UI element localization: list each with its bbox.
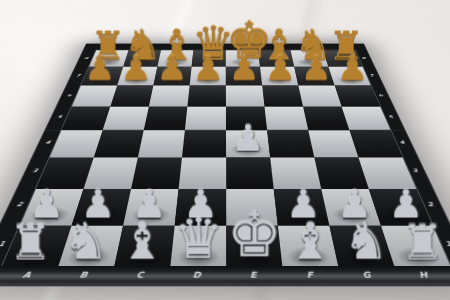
white-knight-g1: ♞ [338, 218, 394, 266]
black-pawn-a7: ♟ [82, 51, 118, 84]
square-f7: ♟ [260, 67, 298, 86]
square-b4 [94, 130, 144, 157]
square-c5 [144, 106, 188, 130]
square-f6 [262, 85, 303, 106]
file-label-c: C [111, 271, 169, 281]
file-label-d: D [168, 271, 225, 281]
square-c4 [138, 130, 185, 157]
square-d1: ♛ [170, 226, 226, 270]
square-e3 [226, 157, 274, 189]
chess-board-3d: ♜♞♝♛♚♝♞♜♟♟♟♟♟♟♟♟♟♟♟♟♟♟♟♟♜♞♝♛♚♝♞♜ ABCDEFG… [0, 43, 450, 286]
square-c1: ♝ [114, 226, 175, 270]
square-d7: ♟ [190, 67, 226, 86]
square-b6 [110, 85, 153, 106]
square-b1: ♞ [57, 226, 123, 270]
square-g7: ♟ [294, 67, 334, 86]
photo-scene: ♜♞♝♛♚♝♞♜♟♟♟♟♟♟♟♟♟♟♟♟♟♟♟♟♜♞♝♛♚♝♞♜ ABCDEFG… [0, 0, 450, 300]
square-c7: ♟ [153, 67, 191, 86]
white-bishop-f1: ♝ [282, 218, 338, 266]
square-c6 [149, 85, 190, 106]
white-queen-d1: ♛ [170, 213, 226, 266]
white-king-e1: ♚ [226, 208, 282, 266]
white-knight-b1: ♞ [58, 218, 114, 266]
white-rook-a1: ♜ [2, 221, 58, 266]
square-d5 [185, 106, 226, 130]
square-b7: ♟ [117, 67, 157, 86]
square-g1: ♞ [329, 226, 395, 270]
black-pawn-d7: ♟ [190, 51, 226, 84]
square-e7: ♟ [226, 67, 262, 86]
board-frame: ♜♞♝♛♚♝♞♜♟♟♟♟♟♟♟♟♟♟♟♟♟♟♟♟♜♞♝♛♚♝♞♜ ABCDEFG… [0, 43, 450, 286]
square-f1: ♝ [278, 226, 339, 270]
black-pawn-h7: ♟ [334, 51, 370, 84]
square-b5 [103, 106, 149, 130]
file-label-g: G [337, 271, 396, 281]
square-e6 [226, 85, 265, 106]
black-pawn-c7: ♟ [154, 51, 190, 84]
file-label-h: H [393, 271, 450, 281]
file-label-b: B [53, 271, 112, 281]
file-label-f: F [281, 271, 339, 281]
square-f5 [264, 106, 308, 130]
white-rook-h1: ♜ [394, 221, 450, 266]
square-e1: ♚ [226, 226, 282, 270]
black-pawn-f7: ♟ [262, 51, 298, 84]
square-f4 [267, 130, 314, 157]
black-pawn-e7: ♟ [226, 51, 262, 84]
square-h7: ♟ [328, 67, 370, 86]
square-d4 [182, 130, 226, 157]
file-labels: ABCDEFGH [0, 268, 450, 282]
file-label-a: A [0, 271, 57, 281]
square-e4: ♟ [226, 130, 270, 157]
square-d6 [187, 85, 226, 106]
white-pawn-e4: ♟ [226, 121, 270, 156]
white-bishop-c1: ♝ [114, 218, 170, 266]
black-pawn-b7: ♟ [118, 51, 154, 84]
square-g4 [308, 130, 358, 157]
black-pawn-g7: ♟ [298, 51, 334, 84]
file-label-e: E [225, 271, 282, 281]
